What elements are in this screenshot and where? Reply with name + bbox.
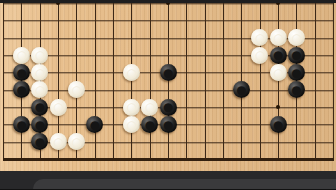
- board-point-N6[interactable]: [214, 64, 232, 81]
- board-point-S1[interactable]: [306, 151, 324, 168]
- board-point-S2[interactable]: [306, 133, 324, 150]
- board-point-C8[interactable]: [31, 29, 49, 46]
- board-point-F8[interactable]: [86, 29, 104, 46]
- board-point-S7[interactable]: [306, 47, 324, 64]
- board-point-K7[interactable]: [159, 47, 177, 64]
- board-point-L1[interactable]: [177, 151, 195, 168]
- board-point-B9[interactable]: [12, 12, 30, 29]
- board-point-M2[interactable]: [196, 133, 214, 150]
- board-point-M8[interactable]: [196, 29, 214, 46]
- board-point-Q8[interactable]: ○: [269, 29, 287, 46]
- board-point-K5[interactable]: [159, 81, 177, 98]
- board-point-H5[interactable]: [122, 81, 140, 98]
- board-point-C4[interactable]: ●: [31, 99, 49, 116]
- board-point-D9[interactable]: [49, 12, 67, 29]
- board-point-P6[interactable]: [251, 64, 269, 81]
- board-point-O8[interactable]: [232, 29, 250, 46]
- board-point-C1[interactable]: [31, 151, 49, 168]
- stone-black[interactable]: ●: [13, 64, 30, 81]
- top-app-bar: [0, 0, 336, 3]
- board-point-A3[interactable]: [0, 116, 12, 133]
- stone-black[interactable]: ●: [160, 116, 177, 133]
- board-point-E1[interactable]: [67, 151, 85, 168]
- stone-black[interactable]: ●: [31, 133, 48, 150]
- stone-white[interactable]: ○: [68, 81, 85, 98]
- board-point-R9[interactable]: [287, 12, 305, 29]
- stone-white[interactable]: ○: [31, 47, 48, 64]
- board-point-G5[interactable]: [104, 81, 122, 98]
- board-point-F6[interactable]: [86, 64, 104, 81]
- board-point-J4[interactable]: ○: [141, 99, 159, 116]
- board-point-H4[interactable]: ○: [122, 99, 140, 116]
- board-point-Q6[interactable]: ○: [269, 64, 287, 81]
- board-point-O2[interactable]: [232, 133, 250, 150]
- board-point-H7[interactable]: [122, 47, 140, 64]
- board-point-O6[interactable]: [232, 64, 250, 81]
- board-point-N8[interactable]: [214, 29, 232, 46]
- board-point-K4[interactable]: ●: [159, 99, 177, 116]
- board-point-P2[interactable]: [251, 133, 269, 150]
- board-point-T1[interactable]: [324, 151, 336, 168]
- board-point-R8[interactable]: ○: [287, 29, 305, 46]
- stone-black[interactable]: ●: [31, 116, 48, 133]
- board-point-C2[interactable]: ●: [31, 133, 49, 150]
- board-point-T7[interactable]: [324, 47, 336, 64]
- board-point-B3[interactable]: ●: [12, 116, 30, 133]
- board-point-B4[interactable]: [12, 99, 30, 116]
- board-point-E2[interactable]: ○: [67, 133, 85, 150]
- board-point-G9[interactable]: [104, 12, 122, 29]
- board-point-S4[interactable]: [306, 99, 324, 116]
- board-point-H3[interactable]: ○: [122, 116, 140, 133]
- board-point-N4[interactable]: [214, 99, 232, 116]
- board-point-P3[interactable]: [251, 116, 269, 133]
- board-point-E8[interactable]: [67, 29, 85, 46]
- stone-black[interactable]: ●: [86, 116, 103, 133]
- board-point-B2[interactable]: [12, 133, 30, 150]
- stone-black[interactable]: ●: [288, 81, 305, 98]
- board-point-D8[interactable]: [49, 29, 67, 46]
- board-point-R3[interactable]: [287, 116, 305, 133]
- board-point-O1[interactable]: [232, 151, 250, 168]
- stone-black[interactable]: ●: [160, 64, 177, 81]
- board-point-T2[interactable]: [324, 133, 336, 150]
- board-point-L3[interactable]: [177, 116, 195, 133]
- board-point-H1[interactable]: [122, 151, 140, 168]
- board-point-P8[interactable]: ○: [251, 29, 269, 46]
- board-point-T4[interactable]: [324, 99, 336, 116]
- board-point-D5[interactable]: [49, 81, 67, 98]
- board-point-O3[interactable]: [232, 116, 250, 133]
- go-app-screen: ○○○○○○●●●○○●○●●○○●●●○○○●●●●○●●●●○○: [0, 0, 336, 189]
- bottom-sheet-panel[interactable]: [33, 179, 336, 190]
- board-point-R5[interactable]: ●: [287, 81, 305, 98]
- stone-white[interactable]: ○: [31, 64, 48, 81]
- stone-white[interactable]: ○: [251, 47, 268, 64]
- board-point-T8[interactable]: [324, 29, 336, 46]
- board-point-J7[interactable]: [141, 47, 159, 64]
- board-point-Q5[interactable]: [269, 81, 287, 98]
- board-point-C9[interactable]: [31, 12, 49, 29]
- board-point-L7[interactable]: [177, 47, 195, 64]
- board-point-N9[interactable]: [214, 12, 232, 29]
- board-point-A7[interactable]: [0, 47, 12, 64]
- board-point-M3[interactable]: [196, 116, 214, 133]
- stone-black[interactable]: ●: [270, 116, 287, 133]
- board-point-L6[interactable]: [177, 64, 195, 81]
- board-point-B8[interactable]: [12, 29, 30, 46]
- board-point-A5[interactable]: [0, 81, 12, 98]
- stone-white[interactable]: ○: [13, 47, 30, 64]
- stone-white[interactable]: ○: [270, 29, 287, 46]
- stone-black[interactable]: ●: [270, 47, 287, 64]
- board-point-E3[interactable]: [67, 116, 85, 133]
- bottom-app-bar: [0, 171, 336, 189]
- board-point-M6[interactable]: [196, 64, 214, 81]
- board-point-A4[interactable]: [0, 99, 12, 116]
- board-point-S3[interactable]: [306, 116, 324, 133]
- board-point-K3[interactable]: ●: [159, 116, 177, 133]
- board-point-S5[interactable]: [306, 81, 324, 98]
- stone-black[interactable]: ●: [141, 116, 158, 133]
- board-point-L9[interactable]: [177, 12, 195, 29]
- board-point-Q4[interactable]: [269, 99, 287, 116]
- board-point-B7[interactable]: ○: [12, 47, 30, 64]
- board-point-E7[interactable]: [67, 47, 85, 64]
- board-point-R1[interactable]: [287, 151, 305, 168]
- go-board: ○○○○○○●●●○○●○●●○○●●●○○○●●●●○●●●●○○: [0, 3, 336, 172]
- stone-white[interactable]: ○: [288, 29, 305, 46]
- board-point-O4[interactable]: [232, 99, 250, 116]
- board-point-D3[interactable]: [49, 116, 67, 133]
- board-point-P9[interactable]: [251, 12, 269, 29]
- board-point-R7[interactable]: ●: [287, 47, 305, 64]
- board-point-J1[interactable]: [141, 151, 159, 168]
- stone-black[interactable]: ●: [31, 99, 48, 116]
- board-point-H6[interactable]: ○: [122, 64, 140, 81]
- board-point-O9[interactable]: [232, 12, 250, 29]
- board-point-J6[interactable]: [141, 64, 159, 81]
- stone-white[interactable]: ○: [50, 133, 67, 150]
- board-point-D4[interactable]: ○: [49, 99, 67, 116]
- stone-black[interactable]: ●: [288, 47, 305, 64]
- board-point-K9[interactable]: [159, 12, 177, 29]
- board-point-H8[interactable]: [122, 29, 140, 46]
- board-point-D1[interactable]: [49, 151, 67, 168]
- board-point-F9[interactable]: [86, 12, 104, 29]
- stone-white[interactable]: ○: [270, 64, 287, 81]
- board-point-J9[interactable]: [141, 12, 159, 29]
- board-point-M7[interactable]: [196, 47, 214, 64]
- stone-white[interactable]: ○: [141, 99, 158, 116]
- board-point-F5[interactable]: [86, 81, 104, 98]
- board-point-Q9[interactable]: [269, 12, 287, 29]
- board-point-G4[interactable]: [104, 99, 122, 116]
- board-point-M9[interactable]: [196, 12, 214, 29]
- board-point-F3[interactable]: ●: [86, 116, 104, 133]
- stone-white[interactable]: ○: [50, 99, 67, 116]
- board-point-G3[interactable]: [104, 116, 122, 133]
- board-point-L4[interactable]: [177, 99, 195, 116]
- board-point-P7[interactable]: ○: [251, 47, 269, 64]
- board-point-N2[interactable]: [214, 133, 232, 150]
- board-point-R6[interactable]: ●: [287, 64, 305, 81]
- board-point-M4[interactable]: [196, 99, 214, 116]
- board-point-N7[interactable]: [214, 47, 232, 64]
- board-point-L8[interactable]: [177, 29, 195, 46]
- board-point-N5[interactable]: [214, 81, 232, 98]
- board-point-Q2[interactable]: [269, 133, 287, 150]
- board-point-P4[interactable]: [251, 99, 269, 116]
- board-point-S8[interactable]: [306, 29, 324, 46]
- stone-white[interactable]: ○: [123, 116, 140, 133]
- board-point-G8[interactable]: [104, 29, 122, 46]
- board-point-C5[interactable]: ○: [31, 81, 49, 98]
- board-point-N1[interactable]: [214, 151, 232, 168]
- board-point-T6[interactable]: [324, 64, 336, 81]
- board-point-N3[interactable]: [214, 116, 232, 133]
- board-point-D2[interactable]: ○: [49, 133, 67, 150]
- board-point-O5[interactable]: ●: [232, 81, 250, 98]
- stone-white[interactable]: ○: [31, 81, 48, 98]
- stone-white[interactable]: ○: [251, 29, 268, 46]
- board-point-E5[interactable]: ○: [67, 81, 85, 98]
- stone-black[interactable]: ●: [13, 81, 30, 98]
- board-point-C3[interactable]: ●: [31, 116, 49, 133]
- stone-black[interactable]: ●: [288, 64, 305, 81]
- board-point-M1[interactable]: [196, 151, 214, 168]
- board-point-F4[interactable]: [86, 99, 104, 116]
- board-point-T9[interactable]: [324, 12, 336, 29]
- stone-black[interactable]: ●: [233, 81, 250, 98]
- board-point-D6[interactable]: [49, 64, 67, 81]
- board-intersections-grid: ○○○○○○●●●○○●○●●○○●●●○○○●●●●○●●●●○○: [0, 0, 336, 168]
- board-point-Q1[interactable]: [269, 151, 287, 168]
- board-point-R4[interactable]: [287, 99, 305, 116]
- board-point-L5[interactable]: [177, 81, 195, 98]
- stone-white[interactable]: ○: [68, 133, 85, 150]
- board-point-M5[interactable]: [196, 81, 214, 98]
- board-point-E6[interactable]: [67, 64, 85, 81]
- stone-white[interactable]: ○: [123, 64, 140, 81]
- stone-black[interactable]: ●: [13, 116, 30, 133]
- board-point-R2[interactable]: [287, 133, 305, 150]
- board-point-O7[interactable]: [232, 47, 250, 64]
- board-point-Q7[interactable]: ●: [269, 47, 287, 64]
- board-point-K1[interactable]: [159, 151, 177, 168]
- board-point-K2[interactable]: [159, 133, 177, 150]
- board-point-T3[interactable]: [324, 116, 336, 133]
- board-point-A9[interactable]: [0, 12, 12, 29]
- board-point-J8[interactable]: [141, 29, 159, 46]
- board-point-H9[interactable]: [122, 12, 140, 29]
- board-point-J5[interactable]: [141, 81, 159, 98]
- board-point-C6[interactable]: ○: [31, 64, 49, 81]
- board-point-B6[interactable]: ●: [12, 64, 30, 81]
- board-point-B1[interactable]: [12, 151, 30, 168]
- board-point-F7[interactable]: [86, 47, 104, 64]
- board-point-P5[interactable]: [251, 81, 269, 98]
- board-point-S6[interactable]: [306, 64, 324, 81]
- board-point-E4[interactable]: [67, 99, 85, 116]
- board-point-G2[interactable]: [104, 133, 122, 150]
- board-point-G1[interactable]: [104, 151, 122, 168]
- board-point-S9[interactable]: [306, 12, 324, 29]
- board-point-K6[interactable]: ●: [159, 64, 177, 81]
- board-point-P1[interactable]: [251, 151, 269, 168]
- board-point-J2[interactable]: [141, 133, 159, 150]
- board-point-D7[interactable]: [49, 47, 67, 64]
- board-point-K8[interactable]: [159, 29, 177, 46]
- stone-white[interactable]: ○: [123, 99, 140, 116]
- stone-black[interactable]: ●: [160, 99, 177, 116]
- board-point-G6[interactable]: [104, 64, 122, 81]
- board-point-Q3[interactable]: ●: [269, 116, 287, 133]
- board-point-C7[interactable]: ○: [31, 47, 49, 64]
- board-point-A1[interactable]: [0, 151, 12, 168]
- board-point-T5[interactable]: [324, 81, 336, 98]
- board-point-J3[interactable]: ●: [141, 116, 159, 133]
- board-point-B5[interactable]: ●: [12, 81, 30, 98]
- board-point-A6[interactable]: [0, 64, 12, 81]
- board-point-H2[interactable]: [122, 133, 140, 150]
- board-point-L2[interactable]: [177, 133, 195, 150]
- board-point-F2[interactable]: [86, 133, 104, 150]
- board-point-A2[interactable]: [0, 133, 12, 150]
- board-point-G7[interactable]: [104, 47, 122, 64]
- board-point-F1[interactable]: [86, 151, 104, 168]
- board-point-A8[interactable]: [0, 29, 12, 46]
- board-point-E9[interactable]: [67, 12, 85, 29]
